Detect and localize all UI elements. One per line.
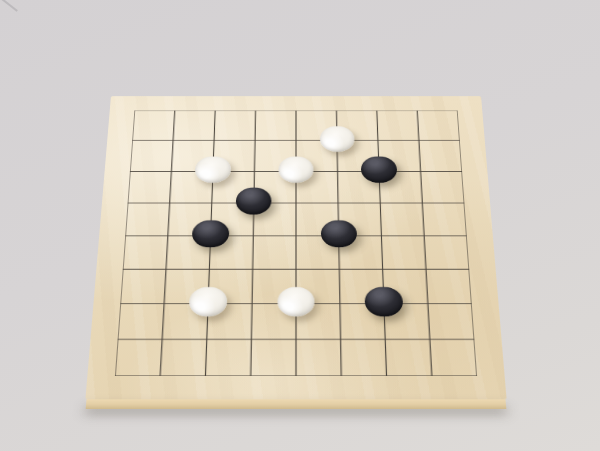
stones-grid — [91, 96, 502, 395]
stone-black — [365, 287, 403, 317]
board-grid — [115, 111, 477, 376]
stone-white — [319, 126, 354, 152]
go-board — [85, 96, 506, 399]
stone-black — [320, 220, 357, 248]
board-perspective-wrap — [99, 41, 493, 435]
stone-black — [192, 220, 229, 248]
stone-black — [236, 188, 272, 215]
stone-white — [277, 287, 315, 317]
stone-white — [189, 287, 227, 317]
board-side-edge — [86, 399, 507, 409]
stone-white — [195, 156, 231, 183]
stone-white — [278, 156, 313, 183]
stone-black — [361, 156, 397, 183]
photo-scene — [0, 0, 600, 451]
